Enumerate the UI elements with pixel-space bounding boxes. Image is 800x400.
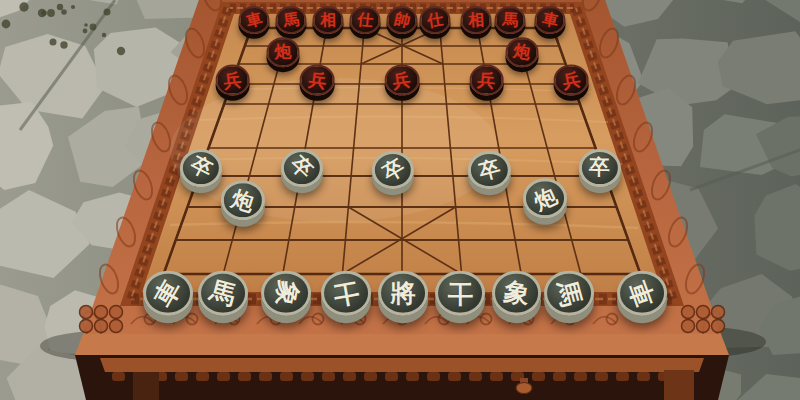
piece-character: 炮	[512, 42, 531, 61]
piece-character: 兵	[477, 70, 497, 90]
piece-black-soldier[interactable]: 卒	[281, 149, 323, 187]
piece-black-horse[interactable]: 馬	[544, 271, 594, 316]
piece-red-advisor[interactable]: 仕	[350, 6, 381, 34]
piece-character: 兵	[392, 70, 412, 90]
piece-character: 馬	[553, 277, 584, 308]
xiangqi-board[interactable]	[0, 0, 800, 400]
piece-character: 象	[502, 278, 532, 308]
piece-red-soldier[interactable]: 兵	[300, 65, 335, 96]
piece-character: 炮	[530, 183, 559, 212]
piece-character: 馬	[502, 12, 519, 29]
piece-character: 馬	[282, 11, 300, 29]
piece-character: 卒	[379, 156, 408, 185]
piece-black-soldier[interactable]: 卒	[372, 151, 414, 189]
piece-character: 車	[541, 11, 559, 29]
piece-character: 卒	[476, 157, 502, 183]
piece-red-cannon[interactable]: 炮	[266, 37, 299, 67]
piece-red-chariot[interactable]: 車	[535, 6, 566, 34]
piece-character: 仕	[426, 11, 444, 29]
piece-character: 卒	[287, 153, 317, 183]
piece-character: 車	[244, 10, 263, 29]
piece-red-soldier[interactable]: 兵	[469, 65, 504, 96]
piece-character: 卒	[589, 157, 610, 178]
piece-red-soldier[interactable]: 兵	[385, 65, 420, 96]
piece-character: 兵	[561, 70, 582, 91]
piece-black-advisor[interactable]: 士	[321, 271, 371, 316]
piece-black-advisor[interactable]: 士	[435, 271, 485, 316]
piece-character: 相	[468, 12, 484, 29]
piece-black-elephant[interactable]: 象	[261, 271, 311, 316]
apron-rail	[100, 358, 704, 372]
piece-red-horse[interactable]: 馬	[276, 6, 307, 34]
photo-stage: 車馬相仕帥仕相馬車炮炮兵兵兵兵兵卒卒卒卒卒炮炮車馬象士將士象馬車	[0, 0, 800, 400]
piece-red-elephant[interactable]: 相	[461, 6, 492, 34]
piece-black-elephant[interactable]: 象	[492, 271, 542, 316]
piece-red-cannon[interactable]: 炮	[505, 37, 538, 67]
piece-black-soldier[interactable]: 卒	[180, 149, 222, 187]
piece-character: 象	[272, 278, 302, 308]
piece-character: 仕	[356, 11, 373, 28]
piece-red-advisor[interactable]: 仕	[420, 6, 451, 34]
piece-red-soldier[interactable]: 兵	[554, 65, 589, 96]
piece-character: 將	[390, 280, 416, 306]
piece-character: 炮	[274, 43, 291, 60]
piece-black-cannon[interactable]: 炮	[221, 180, 265, 220]
piece-character: 卒	[187, 154, 215, 182]
piece-red-general[interactable]: 帥	[387, 6, 418, 34]
piece-character: 士	[331, 278, 361, 308]
piece-character: 相	[320, 12, 336, 28]
piece-black-general[interactable]: 將	[378, 271, 428, 316]
piece-character: 炮	[229, 186, 257, 214]
piece-character: 帥	[393, 11, 412, 30]
piece-black-chariot[interactable]: 車	[617, 271, 667, 316]
table-front-edge	[75, 334, 729, 355]
piece-character: 士	[448, 280, 474, 306]
piece-character: 兵	[307, 70, 327, 90]
piece-black-cannon[interactable]: 炮	[523, 178, 567, 218]
piece-red-horse[interactable]: 馬	[495, 6, 526, 34]
piece-character: 車	[150, 276, 185, 311]
piece-black-horse[interactable]: 馬	[198, 271, 248, 316]
piece-red-soldier[interactable]: 兵	[215, 65, 250, 96]
piece-red-chariot[interactable]: 車	[239, 6, 270, 34]
piece-black-chariot[interactable]: 車	[143, 271, 193, 316]
piece-red-elephant[interactable]: 相	[313, 6, 344, 34]
table-leg-right	[664, 370, 694, 400]
piece-black-soldier[interactable]: 卒	[579, 149, 621, 187]
piece-character: 兵	[223, 70, 243, 90]
table-leg-left	[133, 372, 159, 400]
piece-character: 馬	[207, 277, 238, 308]
piece-black-soldier[interactable]: 卒	[468, 151, 510, 189]
piece-character: 車	[626, 277, 659, 310]
